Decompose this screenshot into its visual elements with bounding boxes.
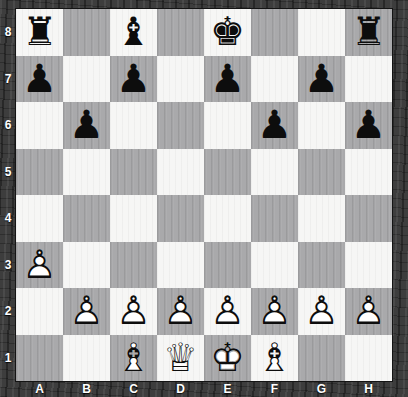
black-pawn: ♟ bbox=[298, 56, 345, 103]
white-pawn-outline: ♙ bbox=[69, 288, 104, 333]
black-pawn: ♟ bbox=[63, 102, 110, 149]
square-b8 bbox=[63, 9, 110, 56]
rank-label-3: 3 bbox=[0, 242, 16, 289]
file-label-h: H bbox=[345, 381, 392, 397]
rank-label-2: 2 bbox=[0, 288, 16, 335]
square-c4 bbox=[110, 195, 157, 242]
white-pawn-outline: ♙ bbox=[257, 288, 292, 333]
square-c8: ♝ bbox=[110, 9, 157, 56]
square-h5 bbox=[345, 149, 392, 196]
white-pawn: ♟♙ bbox=[157, 288, 204, 335]
board-frame: ♜♝♚♜♟♟♟♟♟♟♟♟♙♟♙♟♙♟♙♟♙♟♙♟♙♟♙♝♗♛♕♚♔♝♗ 8765… bbox=[0, 0, 408, 397]
square-b2: ♟♙ bbox=[63, 288, 110, 335]
white-pawn: ♟♙ bbox=[204, 288, 251, 335]
square-b6: ♟ bbox=[63, 102, 110, 149]
square-f1: ♝♗ bbox=[251, 335, 298, 382]
square-c7: ♟ bbox=[110, 56, 157, 103]
square-g3 bbox=[298, 242, 345, 289]
black-pawn: ♟ bbox=[251, 102, 298, 149]
square-b7 bbox=[63, 56, 110, 103]
white-pawn-outline: ♙ bbox=[22, 242, 57, 287]
square-a6 bbox=[16, 102, 63, 149]
square-a2 bbox=[16, 288, 63, 335]
white-king-outline: ♔ bbox=[210, 335, 245, 380]
chess-board: ♜♝♚♜♟♟♟♟♟♟♟♟♙♟♙♟♙♟♙♟♙♟♙♟♙♟♙♝♗♛♕♚♔♝♗ bbox=[16, 9, 392, 381]
square-e4 bbox=[204, 195, 251, 242]
rank-label-5: 5 bbox=[0, 149, 16, 196]
square-g4 bbox=[298, 195, 345, 242]
square-c3 bbox=[110, 242, 157, 289]
white-pawn-outline: ♙ bbox=[304, 288, 339, 333]
black-pawn: ♟ bbox=[204, 56, 251, 103]
square-a7: ♟ bbox=[16, 56, 63, 103]
white-pawn-outline: ♙ bbox=[116, 288, 151, 333]
white-pawn: ♟♙ bbox=[298, 288, 345, 335]
square-e3 bbox=[204, 242, 251, 289]
black-bishop: ♝ bbox=[110, 9, 157, 56]
file-label-d: D bbox=[157, 381, 204, 397]
square-g2: ♟♙ bbox=[298, 288, 345, 335]
square-h1 bbox=[345, 335, 392, 382]
square-b5 bbox=[63, 149, 110, 196]
black-rook: ♜ bbox=[345, 9, 392, 56]
white-queen-outline: ♕ bbox=[163, 335, 198, 380]
black-pawn: ♟ bbox=[16, 56, 63, 103]
square-e8: ♚ bbox=[204, 9, 251, 56]
white-king: ♚♔ bbox=[204, 335, 251, 382]
square-d4 bbox=[157, 195, 204, 242]
square-g5 bbox=[298, 149, 345, 196]
black-rook: ♜ bbox=[16, 9, 63, 56]
square-b4 bbox=[63, 195, 110, 242]
black-pawn: ♟ bbox=[345, 102, 392, 149]
white-pawn: ♟♙ bbox=[63, 288, 110, 335]
square-b1 bbox=[63, 335, 110, 382]
square-a1 bbox=[16, 335, 63, 382]
square-c1: ♝♗ bbox=[110, 335, 157, 382]
square-e6 bbox=[204, 102, 251, 149]
square-d6 bbox=[157, 102, 204, 149]
square-d1: ♛♕ bbox=[157, 335, 204, 382]
rank-label-7: 7 bbox=[0, 56, 16, 103]
white-queen: ♛♕ bbox=[157, 335, 204, 382]
square-c6 bbox=[110, 102, 157, 149]
square-h2: ♟♙ bbox=[345, 288, 392, 335]
file-label-c: C bbox=[110, 381, 157, 397]
file-labels: ABCDEFGH bbox=[16, 381, 392, 397]
square-a8: ♜ bbox=[16, 9, 63, 56]
square-g6 bbox=[298, 102, 345, 149]
file-label-f: F bbox=[251, 381, 298, 397]
white-pawn-outline: ♙ bbox=[163, 288, 198, 333]
square-h4 bbox=[345, 195, 392, 242]
square-h8: ♜ bbox=[345, 9, 392, 56]
white-pawn: ♟♙ bbox=[110, 288, 157, 335]
square-g8 bbox=[298, 9, 345, 56]
file-label-a: A bbox=[16, 381, 63, 397]
rank-label-6: 6 bbox=[0, 102, 16, 149]
square-d5 bbox=[157, 149, 204, 196]
square-a3: ♟♙ bbox=[16, 242, 63, 289]
file-label-g: G bbox=[298, 381, 345, 397]
square-h3 bbox=[345, 242, 392, 289]
white-bishop: ♝♗ bbox=[110, 335, 157, 382]
square-a5 bbox=[16, 149, 63, 196]
square-d8 bbox=[157, 9, 204, 56]
rank-labels: 87654321 bbox=[0, 9, 16, 381]
file-label-e: E bbox=[204, 381, 251, 397]
square-f8 bbox=[251, 9, 298, 56]
square-a4 bbox=[16, 195, 63, 242]
square-f3 bbox=[251, 242, 298, 289]
black-king: ♚ bbox=[204, 9, 251, 56]
white-pawn: ♟♙ bbox=[16, 242, 63, 289]
white-bishop: ♝♗ bbox=[251, 335, 298, 382]
square-e7: ♟ bbox=[204, 56, 251, 103]
black-pawn: ♟ bbox=[110, 56, 157, 103]
square-f6: ♟ bbox=[251, 102, 298, 149]
square-c5 bbox=[110, 149, 157, 196]
white-pawn: ♟♙ bbox=[345, 288, 392, 335]
square-e1: ♚♔ bbox=[204, 335, 251, 382]
rank-label-8: 8 bbox=[0, 9, 16, 56]
square-b3 bbox=[63, 242, 110, 289]
square-c2: ♟♙ bbox=[110, 288, 157, 335]
rank-label-1: 1 bbox=[0, 335, 16, 382]
square-f5 bbox=[251, 149, 298, 196]
square-g1 bbox=[298, 335, 345, 382]
square-h6: ♟ bbox=[345, 102, 392, 149]
white-pawn: ♟♙ bbox=[251, 288, 298, 335]
square-d2: ♟♙ bbox=[157, 288, 204, 335]
square-g7: ♟ bbox=[298, 56, 345, 103]
rank-label-4: 4 bbox=[0, 195, 16, 242]
square-e2: ♟♙ bbox=[204, 288, 251, 335]
square-f2: ♟♙ bbox=[251, 288, 298, 335]
square-f4 bbox=[251, 195, 298, 242]
square-e5 bbox=[204, 149, 251, 196]
square-d3 bbox=[157, 242, 204, 289]
file-label-b: B bbox=[63, 381, 110, 397]
white-bishop-outline: ♗ bbox=[116, 335, 151, 380]
square-h7 bbox=[345, 56, 392, 103]
white-pawn-outline: ♙ bbox=[351, 288, 386, 333]
white-bishop-outline: ♗ bbox=[257, 335, 292, 380]
white-pawn-outline: ♙ bbox=[210, 288, 245, 333]
square-f7 bbox=[251, 56, 298, 103]
square-d7 bbox=[157, 56, 204, 103]
